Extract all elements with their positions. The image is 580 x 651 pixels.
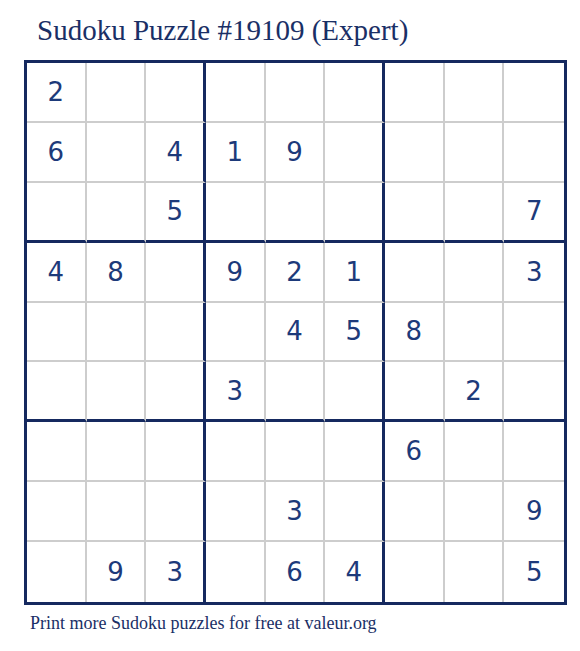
cell-r3c4 (206, 183, 266, 243)
cell-r9c2: 9 (87, 542, 147, 602)
cell-r4c5: 2 (266, 243, 326, 303)
cell-r1c9 (504, 63, 564, 123)
cell-r5c9 (504, 303, 564, 363)
cell-r7c1 (27, 422, 87, 482)
cell-r3c3: 5 (146, 183, 206, 243)
cell-r5c8 (445, 303, 505, 363)
cell-r8c9: 9 (504, 482, 564, 542)
cell-r7c6 (325, 422, 385, 482)
cell-r7c5 (266, 422, 326, 482)
cell-r4c1: 4 (27, 243, 87, 303)
footer-text: Print more Sudoku puzzles for free at va… (30, 613, 377, 634)
cell-r3c1 (27, 183, 87, 243)
cell-r5c5: 4 (266, 303, 326, 363)
cell-r4c3 (146, 243, 206, 303)
cell-r4c7 (385, 243, 445, 303)
sudoku-board: 26419574892134583263993645 (24, 60, 567, 605)
cell-r7c8 (445, 422, 505, 482)
cell-r2c2 (87, 123, 147, 183)
cell-r2c6 (325, 123, 385, 183)
cell-r7c3 (146, 422, 206, 482)
cell-r4c9: 3 (504, 243, 564, 303)
cell-r8c1 (27, 482, 87, 542)
cell-r6c5 (266, 362, 326, 422)
cell-r2c7 (385, 123, 445, 183)
cell-r4c2: 8 (87, 243, 147, 303)
cell-r8c2 (87, 482, 147, 542)
cell-r4c6: 1 (325, 243, 385, 303)
cell-r9c5: 6 (266, 542, 326, 602)
cell-r2c3: 4 (146, 123, 206, 183)
cell-r3c7 (385, 183, 445, 243)
cell-r5c6: 5 (325, 303, 385, 363)
cell-r9c9: 5 (504, 542, 564, 602)
cell-r6c2 (87, 362, 147, 422)
cell-r8c8 (445, 482, 505, 542)
cell-r5c7: 8 (385, 303, 445, 363)
cell-r5c3 (146, 303, 206, 363)
cell-r1c8 (445, 63, 505, 123)
cell-r1c6 (325, 63, 385, 123)
cell-r2c4: 1 (206, 123, 266, 183)
cell-r2c1: 6 (27, 123, 87, 183)
cell-r2c8 (445, 123, 505, 183)
page-title: Sudoku Puzzle #19109 (Expert) (37, 14, 408, 47)
cell-r8c6 (325, 482, 385, 542)
cell-r2c5: 9 (266, 123, 326, 183)
cell-r9c3: 3 (146, 542, 206, 602)
cell-r7c9 (504, 422, 564, 482)
cell-r9c4 (206, 542, 266, 602)
cell-r4c8 (445, 243, 505, 303)
cell-r7c7: 6 (385, 422, 445, 482)
cell-r5c2 (87, 303, 147, 363)
cell-r1c3 (146, 63, 206, 123)
cell-r3c8 (445, 183, 505, 243)
cell-r9c8 (445, 542, 505, 602)
cell-r9c7 (385, 542, 445, 602)
cell-r6c1 (27, 362, 87, 422)
cell-r2c9 (504, 123, 564, 183)
cell-r6c9 (504, 362, 564, 422)
cell-r3c2 (87, 183, 147, 243)
cell-r1c5 (266, 63, 326, 123)
cell-r1c4 (206, 63, 266, 123)
sudoku-page: Sudoku Puzzle #19109 (Expert) 2641957489… (0, 0, 580, 651)
cell-r6c3 (146, 362, 206, 422)
cell-r8c5: 3 (266, 482, 326, 542)
cell-r1c7 (385, 63, 445, 123)
cell-r8c7 (385, 482, 445, 542)
cell-r7c2 (87, 422, 147, 482)
cell-r6c4: 3 (206, 362, 266, 422)
cell-r1c1: 2 (27, 63, 87, 123)
cell-r5c4 (206, 303, 266, 363)
cell-r3c6 (325, 183, 385, 243)
cell-r8c3 (146, 482, 206, 542)
cell-r6c7 (385, 362, 445, 422)
cell-r6c8: 2 (445, 362, 505, 422)
cell-r3c5 (266, 183, 326, 243)
cell-r9c6: 4 (325, 542, 385, 602)
cell-r6c6 (325, 362, 385, 422)
cell-r8c4 (206, 482, 266, 542)
cell-r3c9: 7 (504, 183, 564, 243)
cell-r9c1 (27, 542, 87, 602)
cell-r4c4: 9 (206, 243, 266, 303)
cell-r1c2 (87, 63, 147, 123)
cell-r5c1 (27, 303, 87, 363)
cell-r7c4 (206, 422, 266, 482)
